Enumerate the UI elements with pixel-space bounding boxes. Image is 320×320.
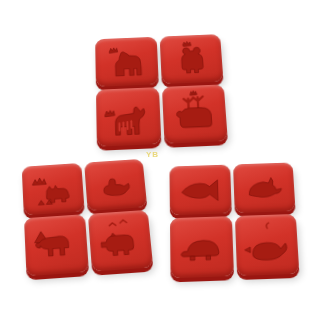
mold-tile-fish — [169, 165, 231, 216]
mold-tile-scottie-dog — [22, 163, 84, 215]
mold-tile-hedgehog — [170, 217, 234, 279]
cavity-fish-icon — [172, 167, 228, 213]
cavity-squirrel-icon — [87, 161, 144, 208]
cavity-striped-horse-icon — [99, 90, 157, 144]
cavity-bear-icon — [162, 37, 220, 82]
mold-tile-pig — [87, 209, 153, 271]
mold-tile-bear — [159, 34, 223, 84]
product-photo: YB — [0, 0, 320, 320]
cavity-dala-horse-icon — [98, 39, 155, 84]
cavity-scottie-dog-icon — [25, 165, 81, 212]
mold-tile-squirrel — [84, 159, 148, 211]
mold-tile-moose — [161, 84, 227, 144]
mold-set-nordic-animals — [95, 34, 228, 147]
mold-set-sea-animals — [169, 162, 299, 278]
cavity-dolphin-icon — [236, 165, 293, 211]
cavity-moose-icon — [165, 87, 225, 141]
watermark-text: YB — [146, 150, 159, 159]
mold-tile-whale — [234, 214, 299, 276]
cavity-pig-icon — [91, 212, 150, 268]
mold-tile-dinosaur — [24, 214, 89, 277]
cavity-hedgehog-icon — [173, 220, 230, 276]
mold-set-forest-animals — [22, 159, 154, 276]
mold-tile-striped-horse — [96, 87, 161, 147]
cavity-whale-icon — [238, 217, 296, 272]
mold-tile-dolphin — [233, 162, 296, 213]
cavity-dinosaur-icon — [27, 217, 85, 273]
mold-tile-dala-horse — [95, 37, 158, 87]
